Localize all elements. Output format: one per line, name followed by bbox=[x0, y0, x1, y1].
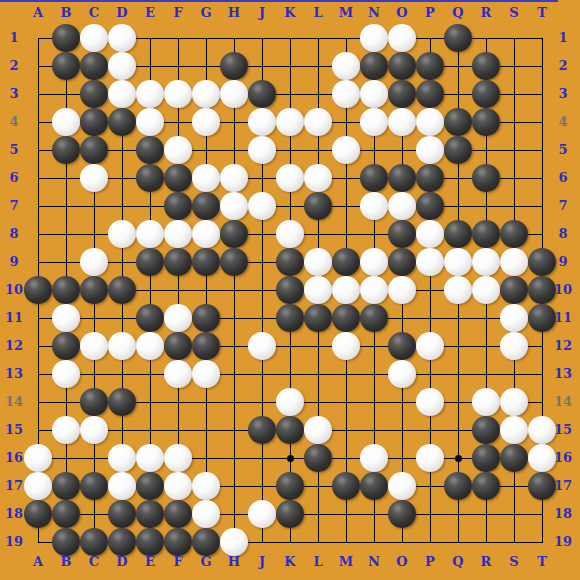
column-label-top: P bbox=[417, 6, 443, 20]
column-label-bottom: L bbox=[305, 555, 331, 569]
white-stone bbox=[248, 332, 276, 360]
white-stone bbox=[164, 80, 192, 108]
black-stone bbox=[360, 52, 388, 80]
white-stone bbox=[136, 220, 164, 248]
white-stone bbox=[500, 388, 528, 416]
column-label-top: G bbox=[193, 6, 219, 20]
black-stone bbox=[80, 472, 108, 500]
window-top-border bbox=[0, 0, 558, 2]
white-stone bbox=[332, 276, 360, 304]
black-stone bbox=[388, 164, 416, 192]
black-stone bbox=[164, 528, 192, 556]
black-stone bbox=[80, 528, 108, 556]
black-stone bbox=[388, 248, 416, 276]
white-stone bbox=[472, 276, 500, 304]
black-stone bbox=[416, 80, 444, 108]
row-label-left: 11 bbox=[1, 311, 27, 325]
black-stone bbox=[80, 388, 108, 416]
white-stone bbox=[108, 332, 136, 360]
black-stone bbox=[276, 248, 304, 276]
black-stone bbox=[80, 136, 108, 164]
black-stone bbox=[332, 304, 360, 332]
column-label-bottom: E bbox=[137, 555, 163, 569]
black-stone bbox=[192, 528, 220, 556]
white-stone bbox=[108, 472, 136, 500]
black-stone bbox=[388, 52, 416, 80]
column-label-top: H bbox=[221, 6, 247, 20]
white-stone bbox=[164, 304, 192, 332]
white-stone bbox=[52, 108, 80, 136]
white-stone bbox=[416, 248, 444, 276]
row-label-right: 9 bbox=[550, 255, 576, 269]
white-stone bbox=[248, 108, 276, 136]
row-label-right: 15 bbox=[550, 423, 576, 437]
white-stone bbox=[304, 164, 332, 192]
black-stone bbox=[500, 220, 528, 248]
white-stone bbox=[416, 220, 444, 248]
column-label-top: N bbox=[361, 6, 387, 20]
row-label-left: 1 bbox=[1, 31, 27, 45]
black-stone bbox=[388, 500, 416, 528]
black-stone bbox=[332, 472, 360, 500]
black-stone bbox=[192, 248, 220, 276]
column-label-top: O bbox=[389, 6, 415, 20]
white-stone bbox=[360, 276, 388, 304]
white-stone bbox=[332, 80, 360, 108]
row-label-left: 2 bbox=[1, 59, 27, 73]
black-stone bbox=[500, 276, 528, 304]
row-label-right: 18 bbox=[550, 507, 576, 521]
row-label-right: 1 bbox=[550, 31, 576, 45]
black-stone bbox=[444, 220, 472, 248]
black-stone bbox=[164, 332, 192, 360]
column-label-bottom: B bbox=[53, 555, 79, 569]
column-label-bottom: C bbox=[81, 555, 107, 569]
black-stone bbox=[388, 332, 416, 360]
row-label-right: 5 bbox=[550, 143, 576, 157]
column-label-bottom: J bbox=[249, 555, 275, 569]
column-label-bottom: P bbox=[417, 555, 443, 569]
black-stone bbox=[52, 528, 80, 556]
black-stone bbox=[52, 500, 80, 528]
column-label-top: Q bbox=[445, 6, 471, 20]
white-stone bbox=[388, 276, 416, 304]
row-label-right: 8 bbox=[550, 227, 576, 241]
black-stone bbox=[444, 24, 472, 52]
row-label-left: 7 bbox=[1, 199, 27, 213]
white-stone bbox=[108, 52, 136, 80]
row-label-left: 4 bbox=[1, 115, 27, 129]
black-stone bbox=[304, 304, 332, 332]
row-label-right: 11 bbox=[550, 311, 576, 325]
white-stone bbox=[164, 444, 192, 472]
column-label-bottom: R bbox=[473, 555, 499, 569]
row-label-left: 10 bbox=[1, 283, 27, 297]
black-stone bbox=[248, 416, 276, 444]
black-stone bbox=[500, 444, 528, 472]
white-stone bbox=[500, 304, 528, 332]
white-stone bbox=[388, 108, 416, 136]
black-stone bbox=[136, 472, 164, 500]
black-stone bbox=[136, 136, 164, 164]
row-label-left: 18 bbox=[1, 507, 27, 521]
black-stone bbox=[276, 276, 304, 304]
black-stone bbox=[136, 528, 164, 556]
black-stone bbox=[192, 192, 220, 220]
white-stone bbox=[388, 472, 416, 500]
black-stone bbox=[164, 164, 192, 192]
white-stone bbox=[220, 80, 248, 108]
white-stone bbox=[276, 220, 304, 248]
row-label-right: 3 bbox=[550, 87, 576, 101]
column-label-bottom: T bbox=[529, 555, 555, 569]
row-label-right: 14 bbox=[550, 395, 576, 409]
column-label-bottom: Q bbox=[445, 555, 471, 569]
black-stone bbox=[276, 304, 304, 332]
black-stone bbox=[24, 276, 52, 304]
white-stone bbox=[164, 472, 192, 500]
white-stone bbox=[108, 24, 136, 52]
black-stone bbox=[24, 500, 52, 528]
column-label-bottom: N bbox=[361, 555, 387, 569]
white-stone bbox=[192, 164, 220, 192]
black-stone bbox=[472, 80, 500, 108]
black-stone bbox=[472, 52, 500, 80]
row-label-right: 10 bbox=[550, 283, 576, 297]
white-stone bbox=[360, 24, 388, 52]
black-stone bbox=[52, 332, 80, 360]
white-stone bbox=[80, 248, 108, 276]
white-stone bbox=[304, 416, 332, 444]
black-stone bbox=[136, 500, 164, 528]
white-stone bbox=[192, 500, 220, 528]
white-stone bbox=[108, 220, 136, 248]
white-stone bbox=[52, 416, 80, 444]
white-stone bbox=[360, 80, 388, 108]
column-label-top: E bbox=[137, 6, 163, 20]
white-stone bbox=[416, 332, 444, 360]
row-label-left: 13 bbox=[1, 367, 27, 381]
white-stone bbox=[276, 108, 304, 136]
black-stone bbox=[416, 52, 444, 80]
black-stone bbox=[136, 164, 164, 192]
black-stone bbox=[444, 472, 472, 500]
black-stone bbox=[472, 416, 500, 444]
black-stone bbox=[52, 276, 80, 304]
white-stone bbox=[388, 24, 416, 52]
white-stone bbox=[164, 220, 192, 248]
black-stone bbox=[108, 276, 136, 304]
white-stone bbox=[388, 192, 416, 220]
column-label-top: R bbox=[473, 6, 499, 20]
row-label-right: 12 bbox=[550, 339, 576, 353]
row-label-right: 6 bbox=[550, 171, 576, 185]
column-label-top: A bbox=[25, 6, 51, 20]
white-stone bbox=[24, 472, 52, 500]
black-stone bbox=[108, 108, 136, 136]
black-stone bbox=[472, 220, 500, 248]
black-stone bbox=[360, 304, 388, 332]
black-stone bbox=[80, 80, 108, 108]
black-stone bbox=[360, 472, 388, 500]
black-stone bbox=[80, 52, 108, 80]
black-stone bbox=[108, 388, 136, 416]
black-stone bbox=[164, 192, 192, 220]
row-label-left: 5 bbox=[1, 143, 27, 157]
black-stone bbox=[304, 444, 332, 472]
column-label-top: K bbox=[277, 6, 303, 20]
white-stone bbox=[80, 416, 108, 444]
white-stone bbox=[52, 304, 80, 332]
white-stone bbox=[80, 164, 108, 192]
column-label-bottom: A bbox=[25, 555, 51, 569]
white-stone bbox=[444, 248, 472, 276]
column-label-top: T bbox=[529, 6, 555, 20]
black-stone bbox=[248, 80, 276, 108]
white-stone bbox=[136, 332, 164, 360]
white-stone bbox=[220, 528, 248, 556]
white-stone bbox=[276, 164, 304, 192]
white-stone bbox=[248, 136, 276, 164]
column-label-top: S bbox=[501, 6, 527, 20]
black-stone bbox=[444, 136, 472, 164]
column-label-top: L bbox=[305, 6, 331, 20]
black-stone bbox=[80, 108, 108, 136]
black-stone bbox=[388, 80, 416, 108]
black-stone bbox=[332, 248, 360, 276]
black-stone bbox=[472, 472, 500, 500]
white-stone bbox=[276, 388, 304, 416]
star-point bbox=[455, 455, 462, 462]
black-stone bbox=[108, 528, 136, 556]
row-label-right: 19 bbox=[550, 535, 576, 549]
white-stone bbox=[164, 360, 192, 388]
row-label-right: 16 bbox=[550, 451, 576, 465]
black-stone bbox=[276, 472, 304, 500]
row-label-left: 19 bbox=[1, 535, 27, 549]
column-label-bottom: K bbox=[277, 555, 303, 569]
black-stone bbox=[80, 276, 108, 304]
white-stone bbox=[388, 360, 416, 388]
column-label-top: C bbox=[81, 6, 107, 20]
row-label-right: 2 bbox=[550, 59, 576, 73]
black-stone bbox=[52, 24, 80, 52]
row-label-left: 15 bbox=[1, 423, 27, 437]
white-stone bbox=[136, 108, 164, 136]
white-stone bbox=[416, 444, 444, 472]
white-stone bbox=[472, 388, 500, 416]
black-stone bbox=[136, 248, 164, 276]
white-stone bbox=[220, 164, 248, 192]
black-stone bbox=[416, 164, 444, 192]
row-label-left: 17 bbox=[1, 479, 27, 493]
black-stone bbox=[192, 304, 220, 332]
column-label-bottom: H bbox=[221, 555, 247, 569]
column-label-bottom: S bbox=[501, 555, 527, 569]
row-label-left: 8 bbox=[1, 227, 27, 241]
row-label-right: 7 bbox=[550, 199, 576, 213]
white-stone bbox=[80, 332, 108, 360]
black-stone bbox=[192, 332, 220, 360]
white-stone bbox=[136, 444, 164, 472]
black-stone bbox=[276, 416, 304, 444]
row-label-right: 17 bbox=[550, 479, 576, 493]
white-stone bbox=[304, 248, 332, 276]
white-stone bbox=[500, 332, 528, 360]
black-stone bbox=[472, 444, 500, 472]
white-stone bbox=[416, 388, 444, 416]
white-stone bbox=[360, 444, 388, 472]
black-stone bbox=[220, 220, 248, 248]
star-point bbox=[287, 455, 294, 462]
black-stone bbox=[444, 108, 472, 136]
black-stone bbox=[52, 472, 80, 500]
white-stone bbox=[80, 24, 108, 52]
row-label-left: 6 bbox=[1, 171, 27, 185]
white-stone bbox=[108, 444, 136, 472]
column-label-top: B bbox=[53, 6, 79, 20]
white-stone bbox=[444, 276, 472, 304]
column-label-bottom: M bbox=[333, 555, 359, 569]
white-stone bbox=[332, 52, 360, 80]
black-stone bbox=[304, 192, 332, 220]
white-stone bbox=[192, 360, 220, 388]
column-label-bottom: F bbox=[165, 555, 191, 569]
black-stone bbox=[136, 304, 164, 332]
white-stone bbox=[416, 136, 444, 164]
column-label-bottom: D bbox=[109, 555, 135, 569]
white-stone bbox=[52, 360, 80, 388]
white-stone bbox=[500, 416, 528, 444]
row-label-left: 9 bbox=[1, 255, 27, 269]
row-label-right: 4 bbox=[550, 115, 576, 129]
white-stone bbox=[500, 248, 528, 276]
white-stone bbox=[192, 220, 220, 248]
black-stone bbox=[52, 52, 80, 80]
white-stone bbox=[164, 136, 192, 164]
white-stone bbox=[220, 192, 248, 220]
black-stone bbox=[472, 108, 500, 136]
white-stone bbox=[360, 248, 388, 276]
black-stone bbox=[52, 136, 80, 164]
white-stone bbox=[332, 332, 360, 360]
white-stone bbox=[248, 500, 276, 528]
black-stone bbox=[472, 164, 500, 192]
black-stone bbox=[276, 500, 304, 528]
column-label-bottom: G bbox=[193, 555, 219, 569]
column-label-bottom: O bbox=[389, 555, 415, 569]
white-stone bbox=[416, 108, 444, 136]
white-stone bbox=[108, 80, 136, 108]
white-stone bbox=[360, 108, 388, 136]
black-stone bbox=[220, 52, 248, 80]
black-stone bbox=[416, 192, 444, 220]
black-stone bbox=[220, 248, 248, 276]
white-stone bbox=[192, 80, 220, 108]
white-stone bbox=[24, 444, 52, 472]
row-label-right: 13 bbox=[550, 367, 576, 381]
white-stone bbox=[192, 108, 220, 136]
black-stone bbox=[360, 164, 388, 192]
column-label-top: F bbox=[165, 6, 191, 20]
black-stone bbox=[108, 500, 136, 528]
white-stone bbox=[360, 192, 388, 220]
white-stone bbox=[192, 472, 220, 500]
row-label-left: 16 bbox=[1, 451, 27, 465]
black-stone bbox=[388, 220, 416, 248]
row-label-left: 3 bbox=[1, 87, 27, 101]
white-stone bbox=[248, 192, 276, 220]
column-label-top: D bbox=[109, 6, 135, 20]
go-app-window: AABBCCDDEEFFGGHHJJKKLLMMNNOOPPQQRRSSTT11… bbox=[0, 0, 580, 580]
white-stone bbox=[304, 276, 332, 304]
white-stone bbox=[472, 248, 500, 276]
black-stone bbox=[164, 500, 192, 528]
white-stone bbox=[304, 108, 332, 136]
black-stone bbox=[164, 248, 192, 276]
white-stone bbox=[332, 136, 360, 164]
column-label-top: M bbox=[333, 6, 359, 20]
row-label-left: 12 bbox=[1, 339, 27, 353]
white-stone bbox=[136, 80, 164, 108]
column-label-top: J bbox=[249, 6, 275, 20]
row-label-left: 14 bbox=[1, 395, 27, 409]
